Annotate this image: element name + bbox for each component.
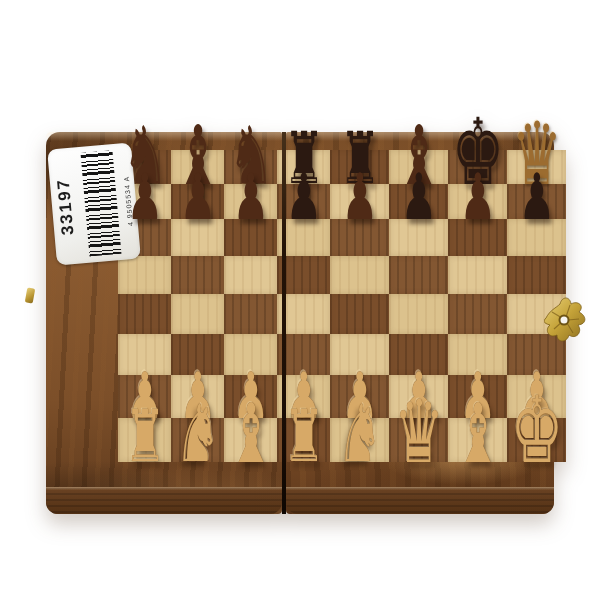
square-h6 [507,219,566,256]
square-c7: ♟ [224,184,277,219]
square-a1: ♜ [118,418,171,462]
square-a2: ♟ [118,375,171,418]
square-f2: ♟ [389,375,448,418]
square-e3 [330,334,389,375]
square-e4 [330,294,389,334]
square-f7: ♟ [389,184,448,219]
square-b2: ♟ [171,375,224,418]
square-b7: ♟ [171,184,224,219]
square-c5 [224,256,277,294]
square-a4 [118,294,171,334]
barcode-label: 33197 4 9505534 A [47,143,141,266]
square-h8: ♛ [507,150,566,184]
square-c4 [224,294,277,334]
square-g6 [448,219,507,256]
barcode-label-content: 33197 4 9505534 A [47,143,141,266]
square-c2: ♟ [224,375,277,418]
product-photo: ♞♝♞♜♜♝♚♛♟♟♟♟♟♟♟♟♟♟♟♟♟♟♟♟♜♞♝♜♞♛♝♚ 33197 4… [0,0,600,600]
square-g5 [448,256,507,294]
square-f5 [389,256,448,294]
square-a5 [118,256,171,294]
square-e6 [330,219,389,256]
square-g3 [448,334,507,375]
fold-seam [282,132,286,514]
square-b8: ♝ [171,150,224,184]
square-b4 [171,294,224,334]
square-c1: ♝ [224,418,277,462]
square-e1: ♞ [330,418,389,462]
square-g7: ♟ [448,184,507,219]
barcode-icon [80,150,121,256]
folding-chess-board: ♞♝♞♜♜♝♚♛♟♟♟♟♟♟♟♟♟♟♟♟♟♟♟♟♜♞♝♜♞♛♝♚ 33197 4… [46,132,554,514]
square-e2: ♟ [330,375,389,418]
square-c8: ♞ [224,150,277,184]
square-h5 [507,256,566,294]
square-f1: ♛ [389,418,448,462]
square-e5 [330,256,389,294]
square-h2: ♟ [507,375,566,418]
square-c6 [224,219,277,256]
brass-clasp-icon [544,292,586,346]
brass-hinge-icon [25,287,35,303]
square-g8: ♚ [448,150,507,184]
square-b6 [171,219,224,256]
square-g1: ♝ [448,418,507,462]
square-h1: ♚ [507,418,566,462]
square-h7: ♟ [507,184,566,219]
square-e7: ♟ [330,184,389,219]
square-f8: ♝ [389,150,448,184]
square-a3 [118,334,171,375]
board-grid: ♞♝♞♜♜♝♚♛♟♟♟♟♟♟♟♟♟♟♟♟♟♟♟♟♜♞♝♜♞♛♝♚ [118,150,566,462]
square-f6 [389,219,448,256]
square-e8: ♜ [330,150,389,184]
square-b1: ♞ [171,418,224,462]
sku-number: 33197 [52,154,81,259]
square-f4 [389,294,448,334]
square-c3 [224,334,277,375]
square-b5 [171,256,224,294]
square-f3 [389,334,448,375]
square-g4 [448,294,507,334]
square-b3 [171,334,224,375]
square-g2: ♟ [448,375,507,418]
